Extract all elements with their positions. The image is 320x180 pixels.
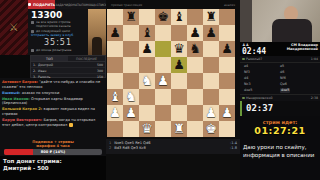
online-dot-icon xyxy=(242,97,245,100)
bottom-clock-band: 02:37 xyxy=(240,101,320,116)
square-c3 xyxy=(139,89,155,105)
square-a4 xyxy=(107,73,123,89)
player-top-time: 1:04 xyxy=(311,57,318,61)
square-h7 xyxy=(219,25,235,41)
engine-eval: -1.8 xyxy=(230,146,237,151)
square-e3 xyxy=(171,89,187,105)
black-piece: ♜ xyxy=(205,9,217,25)
move-cell[interactable]: Nc3 xyxy=(244,82,280,87)
chat-nick: Барум Викторович: xyxy=(2,118,44,122)
square-f3 xyxy=(187,89,203,105)
square-g7: ♟ xyxy=(203,25,219,41)
top-bar: ПОДАРИТЬ ЗАДАЧИДОНАТЫПОМОЩЬСПИСОК xyxy=(28,0,106,9)
chat-text: ахахах по клоунски xyxy=(22,91,59,95)
square-g2: ♟ xyxy=(203,105,219,121)
move-list[interactable]: e4e5Nf3d6d4Nf6Nc3Qe6dxe5dxe5 xyxy=(240,62,320,95)
square-a1 xyxy=(107,121,123,137)
gift-icon xyxy=(28,3,31,6)
black-piece: ♟ xyxy=(221,41,233,57)
black-piece: ♞ xyxy=(189,41,201,57)
move-cell[interactable]: Nf6 xyxy=(280,76,316,81)
white-piece: ♟ xyxy=(157,73,169,89)
move-cell[interactable]: e4 xyxy=(244,64,280,69)
subscriber-count: 13300 xyxy=(31,10,85,20)
square-h8 xyxy=(219,9,235,25)
stream-screen: ⚔ ПОДАРИТЬ ЗАДАЧИДОНАТЫПОМОЩЬСПИСОК 1330… xyxy=(0,0,320,180)
board-header: прямая трансляция анализ xyxy=(106,0,240,9)
chat-nick: Активист Багров: xyxy=(2,80,39,84)
engine-row: 2Bd3 Rd8 Qe3 Kc8-1.8 xyxy=(109,146,237,151)
square-f5 xyxy=(187,57,203,73)
top-bar-tab[interactable]: ПОМОЩЬ xyxy=(81,3,96,7)
stream-timer-value: 01:27:21 xyxy=(240,125,320,137)
square-h3 xyxy=(219,89,235,105)
top-donate-value: Дмитрий - 500 xyxy=(3,165,103,172)
gift-button-label: ПОДАРИТЬ xyxy=(33,3,55,7)
lesson-line2: информация в описании xyxy=(243,152,317,160)
square-e1: ♜ xyxy=(171,121,187,137)
square-b5 xyxy=(123,57,139,73)
white-piece: ♚ xyxy=(205,121,217,137)
move-cell[interactable]: dxe5 xyxy=(280,88,290,93)
leaderboard-tab[interactable]: ПОСЛЕДНИЕ xyxy=(68,56,105,61)
streamer-torso xyxy=(272,19,312,42)
stats-footer: до конца розыгрыша xyxy=(36,48,72,52)
player-top-name: Рамиль07 xyxy=(246,57,311,61)
square-g1: ♚ xyxy=(203,121,219,137)
square-e6: ♛ xyxy=(171,41,187,57)
leaderboard-value: 500 xyxy=(97,63,103,67)
clock-top: 02:44 xyxy=(242,47,276,56)
white-piece: ♞ xyxy=(141,73,153,89)
chat-message: Иван Иванов: Открывал карты Владимир (Бе… xyxy=(2,97,104,106)
chat-panel[interactable]: Активист Багров: "дайте что-нибудь и спа… xyxy=(0,78,106,140)
square-c7: ♝ xyxy=(139,25,155,41)
countdown-timer: 35:51 xyxy=(31,38,85,48)
white-piece: ♜ xyxy=(173,121,185,137)
square-h2: ♟ xyxy=(219,105,235,121)
black-piece: ♟ xyxy=(109,25,121,41)
square-h1 xyxy=(219,121,235,137)
donation-goal: Подписка + стримы марафон 4 часа 800 ₽ (… xyxy=(0,140,106,156)
square-b8: ♜ xyxy=(123,9,139,25)
chat-nick: Большой Катран 2: xyxy=(2,107,44,111)
white-piece: ♟ xyxy=(205,105,217,121)
lesson-line1: Даю уроки по скайпу, xyxy=(243,144,317,152)
goal-progress-label: 800 ₽ (14%) xyxy=(4,149,102,155)
chess-board: ♜♚♝♜♟♝♟♟♟♛♞♟♟♞♟♝♞♟♟♟♟♛♜♚ xyxy=(107,9,235,137)
top-bar-tab[interactable]: ДОНАТЫ xyxy=(68,3,82,7)
move-cell[interactable]: e5 xyxy=(280,64,316,69)
stats-panel: 13300 за все время стрима подписчиков ка… xyxy=(28,9,88,55)
square-c6: ♟ xyxy=(139,41,155,57)
square-a7: ♟ xyxy=(107,25,123,41)
chat-nick: Иван Иванов: xyxy=(2,97,31,101)
gift-button[interactable]: ПОДАРИТЬ xyxy=(28,0,55,9)
move-cell[interactable]: dxe5 xyxy=(244,88,280,93)
square-c1: ♛ xyxy=(139,121,155,137)
square-g5 xyxy=(203,57,219,73)
move-cell[interactable]: d4 xyxy=(244,76,280,81)
goal-progress-bar: 800 ₽ (14%) xyxy=(4,149,102,155)
square-c8 xyxy=(139,9,155,25)
black-piece: ♜ xyxy=(125,9,137,25)
leaderboard-rank: 1. xyxy=(33,63,36,67)
square-b7 xyxy=(123,25,139,41)
donate-leaderboard: ТОППОСЛЕДНИЕ 1.Дмитрий5002.Иван3003.Рами… xyxy=(30,55,106,78)
player-bottom-time: 2:38 xyxy=(311,96,318,100)
square-a5 xyxy=(107,57,123,73)
channel-emblem: ⚔ xyxy=(0,0,28,55)
square-d2 xyxy=(155,105,171,121)
leaderboard-name: Иван xyxy=(38,69,97,73)
square-g6 xyxy=(203,41,219,57)
white-piece: ♟ xyxy=(221,105,233,121)
square-e2 xyxy=(171,105,187,121)
square-a2: ♟ xyxy=(107,105,123,121)
square-f7: ♟ xyxy=(187,25,203,41)
move-cell[interactable]: Nf3 xyxy=(244,70,280,75)
square-a8 xyxy=(107,9,123,25)
move-cell[interactable]: Qe6 xyxy=(280,82,316,87)
chat-nick: Вшивый: xyxy=(2,91,22,95)
lesson-announcement: Даю уроки по скайпу, информация в описан… xyxy=(240,142,320,161)
black-piece: ♝ xyxy=(141,25,153,41)
chat-message: Барум Викторович: Багров, когда ты откры… xyxy=(2,118,104,127)
leaderboard-name: Дмитрий xyxy=(38,63,97,67)
square-g4 xyxy=(203,73,219,89)
top-bar-tab[interactable]: ЗАДАЧИ xyxy=(55,3,68,7)
square-c4: ♞ xyxy=(139,73,155,89)
white-piece: ♞ xyxy=(125,89,137,105)
board-header-left: прямая трансляция xyxy=(111,3,142,7)
square-a6 xyxy=(107,41,123,57)
square-d8: ♚ xyxy=(155,9,171,25)
top-bar-tabs: ЗАДАЧИДОНАТЫПОМОЩЬСПИСОК xyxy=(55,0,109,9)
square-d5 xyxy=(155,57,171,73)
move-cell[interactable]: d6 xyxy=(280,70,316,75)
online-dot-icon xyxy=(242,58,245,61)
square-g8: ♜ xyxy=(203,9,219,25)
square-e8: ♝ xyxy=(171,9,187,25)
stream-timer-block: стрим идет: 01:27:21 xyxy=(240,116,320,142)
black-piece: ♟ xyxy=(189,25,201,41)
black-piece: ♟ xyxy=(173,57,185,73)
square-b3: ♞ xyxy=(123,89,139,105)
leaderboard-rank: 2. xyxy=(33,69,36,73)
square-e4 xyxy=(171,73,187,89)
right-panel: ♟♟ 02:44 СМ Владимир Мандроковский Рамил… xyxy=(240,0,320,180)
board-area: прямая трансляция анализ ♜♚♝♜♟♝♟♟♟♛♞♟♟♞♟… xyxy=(106,0,240,180)
square-b4 xyxy=(123,73,139,89)
square-d6 xyxy=(155,41,171,57)
top-donate-block: Топ донат стрима: Дмитрий - 500 xyxy=(0,156,106,180)
crossed-swords-icon: ⚔ xyxy=(9,21,19,34)
board-header-right: анализ xyxy=(224,3,235,7)
cam-caption-line2: Мандроковский xyxy=(276,47,318,51)
square-f8 xyxy=(187,9,203,25)
white-piece: ♝ xyxy=(109,89,121,105)
square-d1 xyxy=(155,121,171,137)
chat-message: Большой Катран 2: вариант ловушка видел … xyxy=(2,107,104,116)
background-door xyxy=(240,0,252,42)
leaderboard-value: 300 xyxy=(97,69,103,73)
chat-message: Вшивый: ахахах по клоунски xyxy=(2,91,104,96)
square-h4 xyxy=(219,73,235,89)
white-piece: ♛ xyxy=(141,121,153,137)
thumbs-up-emoji xyxy=(69,123,73,127)
engine-lines: 1Nxe5 Qxe5 Re1 Qd6-1.42Bd3 Rd8 Qe3 Kc8-1… xyxy=(106,139,240,154)
chat-message: Активист Багров: "дайте что-нибудь и спа… xyxy=(2,80,104,89)
square-b6 xyxy=(123,41,139,57)
square-e5: ♟ xyxy=(171,57,187,73)
engine-moves: Bd3 Rd8 Qe3 Kc8 xyxy=(114,146,227,151)
white-piece: ♟ xyxy=(109,105,121,121)
side-art-banner xyxy=(88,9,106,55)
webcam-view xyxy=(240,0,320,42)
stats-line-2: подписчиков канала xyxy=(36,24,71,28)
square-g3 xyxy=(203,89,219,105)
people-icon xyxy=(31,21,34,24)
clock-icon xyxy=(31,49,34,52)
leaderboard-tab[interactable]: ТОП xyxy=(31,56,68,61)
square-d7 xyxy=(155,25,171,41)
black-piece: ♚ xyxy=(157,9,169,25)
square-b2: ♟ xyxy=(123,105,139,121)
black-piece: ♝ xyxy=(173,9,185,25)
engine-rank: 2 xyxy=(109,146,111,151)
black-piece: ♟ xyxy=(141,41,153,57)
top-clock-band: ♟♟ 02:44 СМ Владимир Мандроковский xyxy=(240,42,320,56)
square-f6: ♞ xyxy=(187,41,203,57)
square-b1 xyxy=(123,121,139,137)
black-piece: ♛ xyxy=(173,41,185,57)
square-h5 xyxy=(219,57,235,73)
square-d3 xyxy=(155,89,171,105)
square-a3: ♝ xyxy=(107,89,123,105)
square-c2 xyxy=(139,105,155,121)
black-piece: ♟ xyxy=(205,25,217,41)
square-c5 xyxy=(139,57,155,73)
square-d4: ♟ xyxy=(155,73,171,89)
player-bottom-name: Мандроковский xyxy=(246,96,311,100)
square-e7 xyxy=(171,25,187,41)
chess-piece-silhouette xyxy=(92,37,102,55)
square-f2 xyxy=(187,105,203,121)
square-f4 xyxy=(187,73,203,89)
clock-bottom: 02:37 xyxy=(246,104,273,113)
square-h6: ♟ xyxy=(219,41,235,57)
top-donate-label: Топ донат стрима: xyxy=(3,158,103,165)
goal-title-line2: марафон 4 часа xyxy=(0,144,106,148)
white-piece: ♟ xyxy=(125,105,137,121)
square-f1 xyxy=(187,121,203,137)
